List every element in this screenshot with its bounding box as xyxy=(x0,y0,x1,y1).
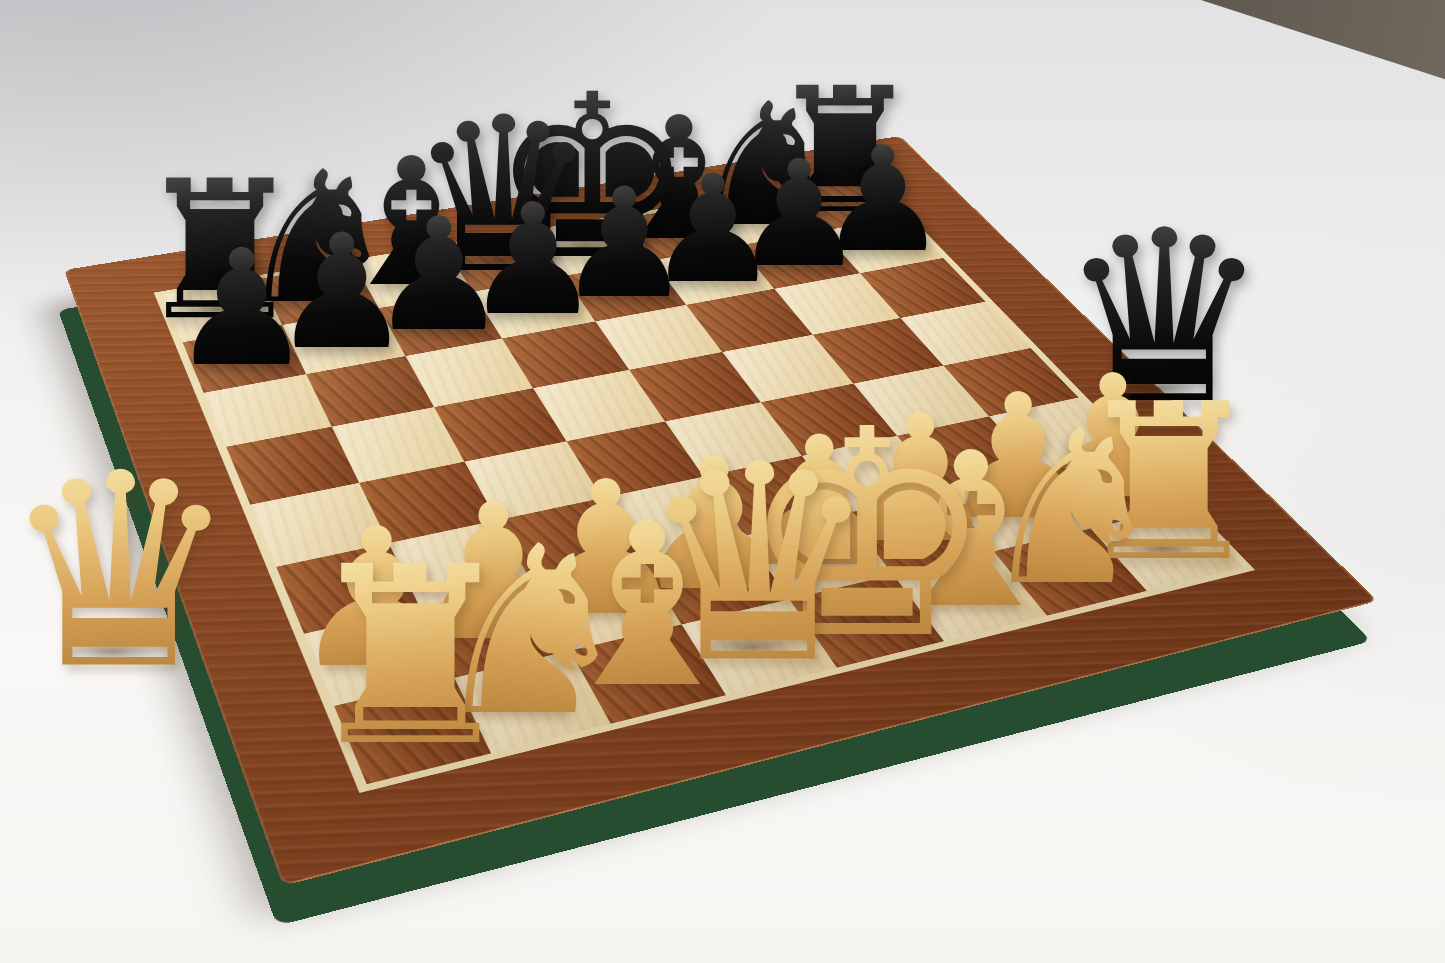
photo-scene: ♜♞♝♛♚♝♞♜♟♟♟♟♟♟♟♟♟♟♟♟♟♟♟♟♜♞♝♛♚♝♞♜♛♛ xyxy=(0,0,1445,963)
